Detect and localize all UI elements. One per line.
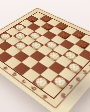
rank-label-4: 4 [87,64,90,69]
board-perspective-wrapper: ⛀⛀⛂⛀⛂⛀⛀⛂⛀⛂⛀⛂⛀⛂⛀⛀⛂⛀⛀⛂ hgfedcba 87654321 [0,0,90,97]
rank-label-7: 7 [67,85,75,92]
board-grid: ⛀⛀⛂⛀⛂⛀⛀⛂⛀⛂⛀⛂⛀⛂⛀⛀⛂⛀⛀⛂ [0,11,90,99]
file-label-b: b [29,85,39,92]
rank-label-5: 5 [81,70,88,76]
file-label-e: e [1,65,9,71]
file-label-d: d [9,72,18,78]
rank-label-6: 6 [74,78,81,84]
white-man-glyph: ⛀ [54,77,67,87]
file-label-c: c [19,78,28,85]
piece-white: ⛀ [52,75,68,88]
checkers-board: ⛀⛀⛂⛀⛂⛀⛀⛂⛀⛂⛀⛂⛀⛂⛀⛀⛂⛀⛀⛂ hgfedcba 87654321 [0,7,90,111]
rank-label-8: 8 [59,93,67,100]
photo-scene: ⛀⛀⛂⛀⛂⛀⛀⛂⛀⛂⛀⛂⛀⛂⛀⛀⛂⛀⛀⛂ hgfedcba 87654321 [0,0,90,112]
file-label-a: a [39,93,49,101]
